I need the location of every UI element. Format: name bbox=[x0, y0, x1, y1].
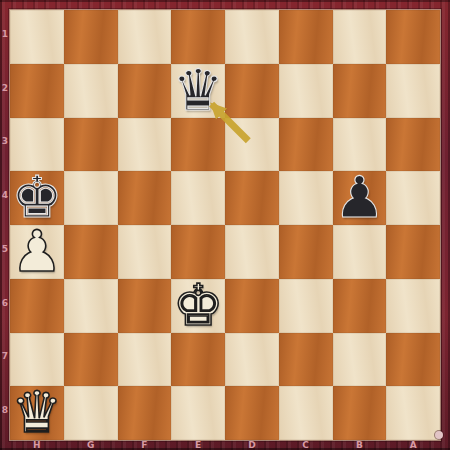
square-c6[interactable] bbox=[279, 279, 333, 333]
square-f1[interactable] bbox=[118, 10, 172, 64]
square-g4[interactable] bbox=[64, 171, 118, 225]
square-g5[interactable] bbox=[64, 225, 118, 279]
square-f4[interactable] bbox=[118, 171, 172, 225]
rank-label-2: 2 bbox=[2, 83, 8, 93]
square-h3[interactable] bbox=[10, 118, 64, 172]
rank-label-8: 8 bbox=[2, 405, 8, 415]
square-c2[interactable] bbox=[279, 64, 333, 118]
square-b6[interactable] bbox=[333, 279, 387, 333]
square-e3[interactable] bbox=[171, 118, 225, 172]
square-h1[interactable] bbox=[10, 10, 64, 64]
square-e5[interactable] bbox=[171, 225, 225, 279]
file-label-h: H bbox=[33, 440, 41, 450]
square-e1[interactable] bbox=[171, 10, 225, 64]
square-e4[interactable] bbox=[171, 171, 225, 225]
square-f2[interactable] bbox=[118, 64, 172, 118]
rank-label-3: 3 bbox=[2, 136, 8, 146]
square-f8[interactable] bbox=[118, 386, 172, 440]
square-d6[interactable] bbox=[225, 279, 279, 333]
square-c3[interactable] bbox=[279, 118, 333, 172]
board-grid bbox=[10, 10, 440, 440]
square-b3[interactable] bbox=[333, 118, 387, 172]
square-c4[interactable] bbox=[279, 171, 333, 225]
square-h6[interactable] bbox=[10, 279, 64, 333]
square-d3[interactable] bbox=[225, 118, 279, 172]
white-to-move-indicator bbox=[435, 431, 443, 439]
square-b7[interactable] bbox=[333, 333, 387, 387]
square-g3[interactable] bbox=[64, 118, 118, 172]
square-d2[interactable] bbox=[225, 64, 279, 118]
square-g2[interactable] bbox=[64, 64, 118, 118]
square-h4[interactable] bbox=[10, 171, 64, 225]
file-label-a: A bbox=[410, 440, 417, 450]
square-h8[interactable] bbox=[10, 386, 64, 440]
square-a1[interactable] bbox=[386, 10, 440, 64]
file-label-e: E bbox=[195, 440, 201, 450]
square-b8[interactable] bbox=[333, 386, 387, 440]
square-c1[interactable] bbox=[279, 10, 333, 64]
square-h7[interactable] bbox=[10, 333, 64, 387]
square-a6[interactable] bbox=[386, 279, 440, 333]
square-a2[interactable] bbox=[386, 64, 440, 118]
square-c8[interactable] bbox=[279, 386, 333, 440]
square-f7[interactable] bbox=[118, 333, 172, 387]
rank-label-1: 1 bbox=[2, 29, 8, 39]
square-a3[interactable] bbox=[386, 118, 440, 172]
file-label-d: D bbox=[248, 440, 255, 450]
rank-label-7: 7 bbox=[2, 351, 8, 361]
square-b5[interactable] bbox=[333, 225, 387, 279]
file-label-f: F bbox=[141, 440, 147, 450]
square-d4[interactable] bbox=[225, 171, 279, 225]
file-label-g: G bbox=[87, 440, 94, 450]
square-d7[interactable] bbox=[225, 333, 279, 387]
square-e2[interactable] bbox=[171, 64, 225, 118]
square-d8[interactable] bbox=[225, 386, 279, 440]
rank-label-5: 5 bbox=[2, 244, 8, 254]
rank-label-6: 6 bbox=[2, 298, 8, 308]
square-e7[interactable] bbox=[171, 333, 225, 387]
square-f6[interactable] bbox=[118, 279, 172, 333]
square-g1[interactable] bbox=[64, 10, 118, 64]
square-h2[interactable] bbox=[10, 64, 64, 118]
chess-board-window: ♛♚♟♟♚♛ 12345678 HGFEDCBA bbox=[0, 0, 450, 450]
square-b2[interactable] bbox=[333, 64, 387, 118]
square-h5[interactable] bbox=[10, 225, 64, 279]
square-e8[interactable] bbox=[171, 386, 225, 440]
square-b1[interactable] bbox=[333, 10, 387, 64]
square-e6[interactable] bbox=[171, 279, 225, 333]
square-c7[interactable] bbox=[279, 333, 333, 387]
square-g8[interactable] bbox=[64, 386, 118, 440]
square-g6[interactable] bbox=[64, 279, 118, 333]
square-f5[interactable] bbox=[118, 225, 172, 279]
file-label-b: B bbox=[356, 440, 363, 450]
square-c5[interactable] bbox=[279, 225, 333, 279]
square-g7[interactable] bbox=[64, 333, 118, 387]
square-d1[interactable] bbox=[225, 10, 279, 64]
rank-label-4: 4 bbox=[2, 190, 8, 200]
square-a5[interactable] bbox=[386, 225, 440, 279]
square-a4[interactable] bbox=[386, 171, 440, 225]
square-f3[interactable] bbox=[118, 118, 172, 172]
square-b4[interactable] bbox=[333, 171, 387, 225]
square-a7[interactable] bbox=[386, 333, 440, 387]
square-d5[interactable] bbox=[225, 225, 279, 279]
file-label-c: C bbox=[302, 440, 309, 450]
square-a8[interactable] bbox=[386, 386, 440, 440]
